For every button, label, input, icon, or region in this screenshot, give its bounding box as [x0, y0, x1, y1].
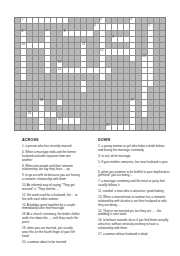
- blocked-cell: [118, 62, 123, 67]
- blocked-cell: [118, 68, 123, 73]
- down-clue: 3. to ask sb for marriage: [98, 155, 170, 159]
- blocked-cell: [87, 56, 92, 61]
- open-cell-r7c12: [81, 56, 86, 61]
- blocked-cell: [15, 87, 20, 92]
- cell-number: 4: [94, 24, 96, 27]
- blocked-cell: [51, 31, 56, 36]
- blocked-cell: [75, 56, 80, 61]
- blocked-cell: [51, 43, 56, 48]
- blocked-cell: [124, 100, 129, 105]
- blocked-cell: [39, 62, 44, 67]
- open-cell-r9c22: [142, 68, 147, 73]
- blocked-cell: [33, 87, 38, 92]
- blocked-cell: [15, 118, 20, 123]
- blocked-cell: [33, 68, 38, 73]
- blocked-cell: [154, 112, 159, 117]
- blocked-cell: [136, 24, 141, 29]
- open-cell-r6c2: [21, 49, 26, 54]
- open-cell-r7c6: [45, 56, 50, 61]
- open-cell-r2c20: [130, 24, 135, 29]
- blocked-cell: [15, 24, 20, 29]
- blocked-cell: [75, 49, 80, 54]
- open-cell-r18c20: [130, 125, 135, 130]
- open-cell-r5c20: [130, 43, 135, 48]
- blocked-cell: [57, 106, 62, 111]
- blocked-cell: [75, 112, 80, 117]
- blocked-cell: [51, 125, 56, 130]
- blocked-cell: [27, 49, 32, 54]
- open-cell-r14c22: [142, 100, 147, 105]
- blocked-cell: [63, 93, 68, 98]
- open-cell-r9c6: [45, 68, 50, 73]
- blocked-cell: [57, 31, 62, 36]
- cell-number: 13: [142, 55, 145, 58]
- open-cell-r6c6: [45, 49, 50, 54]
- blocked-cell: [15, 68, 20, 73]
- open-cell-r2c14: 4: [94, 24, 99, 29]
- blocked-cell: [94, 62, 99, 67]
- blocked-cell: [160, 74, 165, 79]
- blocked-cell: [75, 37, 80, 42]
- blocked-cell: [39, 68, 44, 73]
- open-cell-r3c23: [148, 31, 153, 36]
- blocked-cell: [69, 43, 74, 48]
- blocked-cell: [63, 87, 68, 92]
- open-cell-r16c7: [51, 112, 56, 117]
- blocked-cell: [94, 43, 99, 48]
- blocked-cell: [63, 49, 68, 54]
- blocked-cell: [51, 68, 56, 73]
- open-cell-r1c8: [57, 18, 62, 23]
- open-cell-r1c9: [63, 18, 68, 23]
- blocked-cell: [160, 125, 165, 130]
- blocked-cell: [81, 24, 86, 29]
- blocked-cell: [160, 118, 165, 123]
- blocked-cell: [63, 37, 68, 42]
- blocked-cell: [106, 37, 111, 42]
- open-cell-r15c5: [39, 106, 44, 111]
- blocked-cell: [112, 100, 117, 105]
- across-clue: 4. When a marriage ends and the former h…: [22, 151, 80, 162]
- blocked-cell: [51, 24, 56, 29]
- open-cell-r5c12: 11: [81, 43, 86, 48]
- blocked-cell: [69, 49, 74, 54]
- blocked-cell: [63, 74, 68, 79]
- blocked-cell: [148, 87, 153, 92]
- blocked-cell: [21, 118, 26, 123]
- blocked-cell: [154, 118, 159, 123]
- open-cell-r9c9: [63, 68, 68, 73]
- blocked-cell: [118, 43, 123, 48]
- blocked-cell: [27, 31, 32, 36]
- blocked-cell: [57, 125, 62, 130]
- blocked-cell: [51, 118, 56, 123]
- blocked-cell: [63, 106, 68, 111]
- cell-number: 2: [100, 18, 102, 21]
- cell-number: 15: [58, 68, 61, 71]
- open-cell-r16c5: [39, 112, 44, 117]
- blocked-cell: [57, 49, 62, 54]
- blocked-cell: [160, 31, 165, 36]
- blocked-cell: [106, 43, 111, 48]
- blocked-cell: [15, 62, 20, 67]
- blocked-cell: [94, 125, 99, 130]
- open-cell-r8c22: [142, 62, 147, 67]
- blocked-cell: [100, 81, 105, 86]
- open-cell-r2c17: [112, 24, 117, 29]
- open-cell-r4c23: [148, 37, 153, 42]
- open-cell-r3c13: [87, 31, 92, 36]
- blocked-cell: [160, 49, 165, 54]
- blocked-cell: [160, 100, 165, 105]
- blocked-cell: [124, 62, 129, 67]
- open-cell-r2c15: [100, 24, 105, 29]
- blocked-cell: [69, 81, 74, 86]
- open-cell-r16c22: [142, 112, 147, 117]
- blocked-cell: [154, 106, 159, 111]
- blocked-cell: [160, 24, 165, 29]
- blocked-cell: [57, 87, 62, 92]
- blocked-cell: [57, 93, 62, 98]
- blocked-cell: [63, 62, 68, 67]
- open-cell-r9c13: [87, 68, 92, 73]
- open-cell-r4c6: [45, 37, 50, 42]
- blocked-cell: [81, 125, 86, 130]
- blocked-cell: [27, 62, 32, 67]
- blocked-cell: [118, 18, 123, 23]
- blocked-cell: [27, 74, 32, 79]
- blocked-cell: [106, 81, 111, 86]
- blocked-cell: [81, 93, 86, 98]
- open-cell-r11c12: [81, 81, 86, 86]
- open-cell-r17c5: [39, 118, 44, 123]
- blocked-cell: [33, 100, 38, 105]
- down-clue: 13. When a married man or woman has a ro…: [98, 196, 170, 207]
- cell-number: 11: [82, 43, 85, 46]
- blocked-cell: [160, 68, 165, 73]
- open-cell-r6c17: [112, 49, 117, 54]
- blocked-cell: [142, 24, 147, 29]
- blocked-cell: [33, 93, 38, 98]
- cell-number: 12: [100, 49, 103, 52]
- blocked-cell: [124, 18, 129, 23]
- open-cell-r9c2: [21, 68, 26, 73]
- open-cell-r17c20: [130, 118, 135, 123]
- blocked-cell: [160, 56, 165, 61]
- open-cell-r1c6: [45, 18, 50, 23]
- blocked-cell: [118, 56, 123, 61]
- open-cell-r2c23: 5: [148, 24, 153, 29]
- blocked-cell: [106, 62, 111, 67]
- blocked-cell: [69, 74, 74, 79]
- blocked-cell: [15, 81, 20, 86]
- cell-number: 5: [148, 24, 150, 27]
- blocked-cell: [21, 81, 26, 86]
- blocked-cell: [87, 24, 92, 29]
- blocked-cell: [130, 68, 135, 73]
- blocked-cell: [21, 93, 26, 98]
- open-cell-r10c2: [21, 74, 26, 79]
- open-cell-r17c8: 19: [57, 118, 62, 123]
- blocked-cell: [33, 56, 38, 61]
- blocked-cell: [148, 100, 153, 105]
- blocked-cell: [154, 24, 159, 29]
- blocked-cell: [112, 56, 117, 61]
- blocked-cell: [136, 18, 141, 23]
- cell-number: 20: [106, 124, 109, 127]
- blocked-cell: [81, 106, 86, 111]
- blocked-cell: [118, 74, 123, 79]
- open-cell-r7c23: [148, 56, 153, 61]
- blocked-cell: [94, 100, 99, 105]
- across-clue: 12. the word used for a husband, the ...…: [22, 194, 80, 202]
- open-cell-r16c4: [33, 112, 38, 117]
- cell-number: 18: [28, 112, 31, 115]
- open-cell-r6c12: [81, 49, 86, 54]
- open-cell-r1c20: 3: [130, 18, 135, 23]
- blocked-cell: [87, 74, 92, 79]
- blocked-cell: [45, 74, 50, 79]
- open-cell-r4c20: [130, 37, 135, 42]
- blocked-cell: [33, 49, 38, 54]
- blocked-cell: [69, 18, 74, 23]
- blocked-cell: [75, 93, 80, 98]
- blocked-cell: [100, 93, 105, 98]
- open-cell-r3c12: [81, 31, 86, 36]
- blocked-cell: [136, 37, 141, 42]
- open-cell-r8c12: [81, 62, 86, 67]
- across-clue: 18. At a church ceremony, the bride's fa…: [22, 213, 80, 224]
- blocked-cell: [27, 24, 32, 29]
- blocked-cell: [112, 43, 117, 48]
- open-cell-r6c16: [106, 49, 111, 54]
- blocked-cell: [51, 93, 56, 98]
- blocked-cell: [148, 125, 153, 130]
- open-cell-r1c3: [27, 18, 32, 23]
- blocked-cell: [33, 62, 38, 67]
- open-cell-r1c2: 1: [21, 18, 26, 23]
- blocked-cell: [15, 112, 20, 117]
- open-cell-r11c22: [142, 81, 147, 86]
- blocked-cell: [106, 87, 111, 92]
- blocked-cell: [154, 37, 159, 42]
- blocked-cell: [154, 87, 159, 92]
- blocked-cell: [136, 31, 141, 36]
- blocked-cell: [39, 37, 44, 42]
- blocked-cell: [39, 87, 44, 92]
- blocked-cell: [63, 100, 68, 105]
- blocked-cell: [106, 31, 111, 36]
- blocked-cell: [136, 43, 141, 48]
- blocked-cell: [118, 112, 123, 117]
- open-cell-r9c11: [75, 68, 80, 73]
- cell-number: 17: [130, 99, 133, 102]
- blocked-cell: [112, 74, 117, 79]
- blocked-cell: [45, 81, 50, 86]
- open-cell-r18c18: [118, 125, 123, 130]
- blocked-cell: [100, 106, 105, 111]
- open-cell-r7c20: [130, 56, 135, 61]
- blocked-cell: [124, 43, 129, 48]
- open-cell-r15c22: [142, 106, 147, 111]
- blocked-cell: [142, 37, 147, 42]
- down-clue: 17. a woman whose husband is dead: [98, 233, 170, 237]
- blocked-cell: [27, 68, 32, 73]
- down-clue: 2. a young woman or girl who helps a bri…: [98, 145, 170, 153]
- blocked-cell: [69, 87, 74, 92]
- blocked-cell: [15, 31, 20, 36]
- blocked-cell: [63, 43, 68, 48]
- across-clue: 19. when you are married, you usually we…: [22, 227, 80, 238]
- open-cell-r4c15: [100, 37, 105, 42]
- blocked-cell: [94, 87, 99, 92]
- across-clue: 10. An informal way of saying "They got …: [22, 184, 80, 192]
- blocked-cell: [39, 81, 44, 86]
- blocked-cell: [87, 100, 92, 105]
- blocked-cell: [27, 100, 32, 105]
- crossword-grid: 1234567891011121314151617181920: [14, 17, 166, 131]
- blocked-cell: [57, 43, 62, 48]
- blocked-cell: [154, 125, 159, 130]
- blocked-cell: [160, 62, 165, 67]
- blocked-cell: [33, 81, 38, 86]
- open-cell-r6c18: [118, 49, 123, 54]
- blocked-cell: [87, 112, 92, 117]
- blocked-cell: [124, 68, 129, 73]
- blocked-cell: [69, 62, 74, 67]
- blocked-cell: [124, 112, 129, 117]
- blocked-cell: [118, 100, 123, 105]
- open-cell-r10c15: [100, 74, 105, 79]
- blocked-cell: [118, 106, 123, 111]
- blocked-cell: [33, 31, 38, 36]
- blocked-cell: [136, 112, 141, 117]
- blocked-cell: [124, 93, 129, 98]
- blocked-cell: [136, 49, 141, 54]
- open-cell-r14c20: 17: [130, 100, 135, 105]
- across-clue: 9. to go out with sb because you are hav…: [22, 174, 80, 182]
- down-clue: 5. If your mother remarries, her new hus…: [98, 161, 170, 169]
- blocked-cell: [69, 125, 74, 130]
- blocked-cell: [39, 74, 44, 79]
- blocked-cell: [154, 68, 159, 73]
- open-cell-r8c23: [148, 62, 153, 67]
- blocked-cell: [39, 56, 44, 61]
- blocked-cell: [63, 56, 68, 61]
- open-cell-r10c23: [148, 74, 153, 79]
- blocked-cell: [27, 37, 32, 42]
- blocked-cell: [142, 118, 147, 123]
- blocked-cell: [106, 106, 111, 111]
- blocked-cell: [130, 81, 135, 86]
- blocked-cell: [81, 100, 86, 105]
- blocked-cell: [87, 87, 92, 92]
- open-cell-r1c7: [51, 18, 56, 23]
- blocked-cell: [136, 62, 141, 67]
- blocked-cell: [75, 18, 80, 23]
- blocked-cell: [51, 37, 56, 42]
- blocked-cell: [69, 112, 74, 117]
- blocked-cell: [45, 106, 50, 111]
- blocked-cell: [75, 74, 80, 79]
- blocked-cell: [160, 87, 165, 92]
- open-cell-r5c6: [45, 43, 50, 48]
- open-cell-r1c4: [33, 18, 38, 23]
- blocked-cell: [160, 93, 165, 98]
- across-clue: 20. a woman about to be married: [22, 241, 80, 245]
- blocked-cell: [100, 118, 105, 123]
- blocked-cell: [106, 93, 111, 98]
- blocked-cell: [45, 87, 50, 92]
- blocked-cell: [63, 125, 68, 130]
- blocked-cell: [106, 100, 111, 105]
- blocked-cell: [75, 100, 80, 105]
- blocked-cell: [21, 125, 26, 130]
- blocked-cell: [160, 43, 165, 48]
- blocked-cell: [154, 18, 159, 23]
- blocked-cell: [87, 43, 92, 48]
- blocked-cell: [124, 74, 129, 79]
- open-cell-r11c23: [148, 81, 153, 86]
- blocked-cell: [15, 18, 20, 23]
- open-cell-r3c9: 8: [63, 31, 68, 36]
- open-cell-r18c5: [39, 125, 44, 130]
- blocked-cell: [75, 87, 80, 92]
- open-cell-r17c10: [69, 118, 74, 123]
- open-cell-r9c14: [94, 68, 99, 73]
- blocked-cell: [75, 81, 80, 86]
- blocked-cell: [100, 112, 105, 117]
- blocked-cell: [15, 56, 20, 61]
- cell-number: 19: [58, 118, 61, 121]
- blocked-cell: [124, 106, 129, 111]
- open-cell-r9c15: [100, 68, 105, 73]
- blocked-cell: [136, 68, 141, 73]
- open-cell-r5c5: [39, 43, 44, 48]
- blocked-cell: [136, 106, 141, 111]
- open-cell-r9c16: [106, 68, 111, 73]
- blocked-cell: [69, 37, 74, 42]
- cell-number: 8: [64, 30, 66, 33]
- blocked-cell: [45, 118, 50, 123]
- open-cell-r3c20: [130, 31, 135, 36]
- blocked-cell: [94, 31, 99, 36]
- blocked-cell: [118, 81, 123, 86]
- blocked-cell: [87, 62, 92, 67]
- open-cell-r6c19: [124, 49, 129, 54]
- blocked-cell: [112, 18, 117, 23]
- open-cell-r18c17: [112, 125, 117, 130]
- blocked-cell: [154, 93, 159, 98]
- open-cell-r5c3: [27, 43, 32, 48]
- blocked-cell: [27, 93, 32, 98]
- open-cell-r14c8: [57, 100, 62, 105]
- down-header: DOWN: [98, 138, 170, 142]
- blocked-cell: [154, 74, 159, 79]
- blocked-cell: [51, 74, 56, 79]
- open-cell-r5c23: [148, 43, 153, 48]
- blocked-cell: [57, 24, 62, 29]
- blocked-cell: [15, 74, 20, 79]
- blocked-cell: [142, 125, 147, 130]
- open-cell-r9c10: [69, 68, 74, 73]
- open-cell-r16c6: [45, 112, 50, 117]
- blocked-cell: [112, 106, 117, 111]
- blocked-cell: [160, 37, 165, 42]
- blocked-cell: [57, 37, 62, 42]
- blocked-cell: [154, 31, 159, 36]
- blocked-cell: [87, 106, 92, 111]
